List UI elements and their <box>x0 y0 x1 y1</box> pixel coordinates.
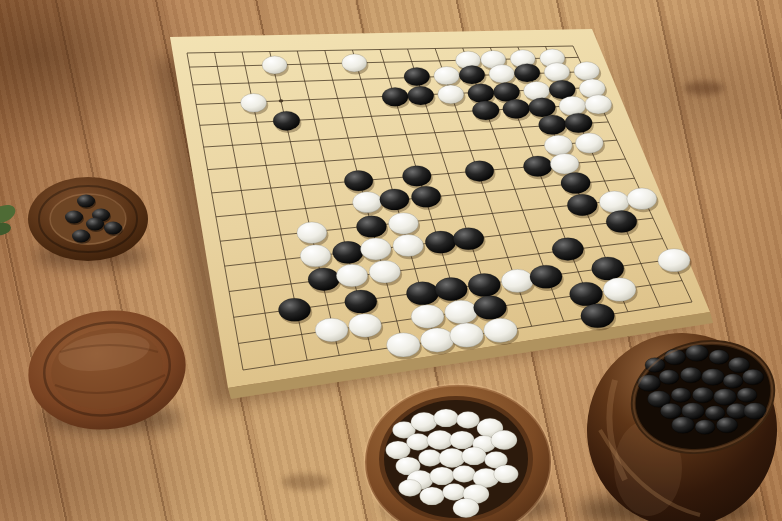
white-stone <box>420 328 454 352</box>
white-stone <box>501 269 533 292</box>
captured-black-stone <box>72 230 90 243</box>
white-stone <box>297 222 327 244</box>
black-stone-in-bowl <box>672 417 695 434</box>
white-stone <box>349 314 382 338</box>
white-stone <box>550 154 579 175</box>
black-stone-in-bowl <box>714 389 737 406</box>
black-stone-in-bowl <box>716 417 737 433</box>
black-stone-in-bowl <box>702 369 725 386</box>
black-stone <box>453 228 484 250</box>
white-stone-in-bowl <box>453 498 479 517</box>
black-stone <box>474 296 507 320</box>
captured-black-stone <box>77 195 95 208</box>
black-stone-in-bowl <box>660 403 681 419</box>
star-point <box>279 99 284 102</box>
black-stone <box>565 113 592 133</box>
black-stone <box>468 84 494 103</box>
white-stone <box>575 133 603 153</box>
white-stone <box>411 305 444 329</box>
white-stone <box>658 249 690 272</box>
black-stone <box>345 290 377 313</box>
black-stone <box>459 66 485 84</box>
wood-knot <box>684 81 724 95</box>
white-stone-in-bowl <box>494 465 519 483</box>
white-stone <box>389 213 419 235</box>
black-stone-in-bowl <box>709 350 729 365</box>
white-stone <box>241 93 267 112</box>
black-stone-in-bowl <box>692 387 713 403</box>
black-stone <box>308 268 339 291</box>
white-stone <box>445 300 478 324</box>
black-stone <box>552 238 583 261</box>
black-stone <box>592 257 624 280</box>
black-stone-in-bowl <box>737 388 757 403</box>
wood-knot <box>282 474 330 490</box>
white-stone <box>262 56 287 74</box>
black-stone-in-bowl <box>671 388 691 403</box>
white-stone <box>627 188 657 210</box>
black-stone <box>493 83 519 102</box>
black-stone-bowl <box>576 326 782 521</box>
white-stone-bowl <box>365 385 558 521</box>
black-stone <box>356 216 386 238</box>
white-stone-in-bowl <box>439 448 465 467</box>
black-stone <box>567 194 597 216</box>
black-stone-in-bowl <box>728 357 749 373</box>
go-game-table-scene <box>0 0 782 521</box>
black-stone <box>539 115 566 135</box>
captured-black-stone <box>104 222 122 235</box>
white-stone <box>342 54 367 72</box>
white-stone-in-bowl <box>457 411 480 428</box>
white-stone <box>387 333 421 357</box>
black-stone <box>581 304 615 328</box>
black-stone <box>529 98 556 117</box>
black-stone <box>273 111 300 130</box>
black-stone <box>411 186 440 207</box>
black-stone <box>404 67 430 85</box>
white-stone-in-bowl <box>450 431 475 449</box>
white-stone <box>574 62 600 80</box>
black-stone-in-bowl <box>695 420 715 435</box>
white-stone-in-bowl <box>427 430 453 449</box>
black-stone <box>425 231 456 253</box>
white-stone <box>369 261 400 284</box>
go-scene-canvas <box>0 0 782 521</box>
black-stone <box>278 298 310 321</box>
white-stone-in-bowl <box>443 483 466 500</box>
white-stone-in-bowl <box>407 433 430 450</box>
white-stone <box>361 238 392 260</box>
black-stone <box>465 161 494 182</box>
black-stone <box>408 86 434 105</box>
white-stone-in-bowl <box>399 479 422 496</box>
black-stone <box>503 99 530 118</box>
black-stone <box>333 241 364 263</box>
captured-black-stone <box>65 211 83 224</box>
white-stone <box>524 81 550 100</box>
black-stone-in-bowl <box>680 367 701 383</box>
lid-with-captured-black-stones <box>28 177 150 268</box>
empty-lid <box>21 301 194 440</box>
black-stone <box>523 156 552 177</box>
white-stone-in-bowl <box>491 430 517 449</box>
black-stone <box>435 278 467 301</box>
black-stone <box>514 64 540 82</box>
white-stone <box>599 191 629 213</box>
black-stone <box>344 171 373 192</box>
white-stone <box>353 192 382 213</box>
white-stone <box>393 235 424 257</box>
captured-black-stone <box>86 218 104 231</box>
white-stone <box>585 95 612 114</box>
white-stone <box>603 278 636 302</box>
black-stone <box>406 282 438 305</box>
white-stone-in-bowl <box>462 447 487 465</box>
black-stone <box>606 211 637 233</box>
black-stone <box>468 273 500 296</box>
white-stone <box>544 135 572 155</box>
black-stone-in-bowl <box>742 369 763 385</box>
white-stone <box>336 264 367 287</box>
black-stone <box>380 189 409 210</box>
white-stone <box>484 318 518 342</box>
white-stone <box>450 323 484 347</box>
white-stone-in-bowl <box>411 412 437 431</box>
white-stone <box>544 63 570 81</box>
white-stone <box>438 85 464 104</box>
black-stone-in-bowl <box>723 374 743 389</box>
black-stone <box>570 282 603 306</box>
white-stone <box>489 65 515 83</box>
white-stone-in-bowl <box>419 449 442 466</box>
black-stone <box>530 265 562 288</box>
white-stone <box>434 66 460 84</box>
white-stone-in-bowl <box>420 487 445 505</box>
black-stone-in-bowl <box>686 345 709 362</box>
leaf <box>0 201 18 236</box>
white-stone <box>300 245 331 267</box>
white-stone-in-bowl <box>453 465 476 482</box>
black-stone-in-bowl <box>659 370 679 385</box>
white-stone-in-bowl <box>430 467 455 485</box>
black-stone <box>472 101 499 120</box>
black-stone <box>403 166 432 187</box>
white-stone <box>315 318 348 342</box>
white-stone-in-bowl <box>434 409 459 427</box>
black-stone <box>382 87 408 106</box>
black-stone <box>561 172 590 193</box>
white-stone <box>559 96 586 115</box>
